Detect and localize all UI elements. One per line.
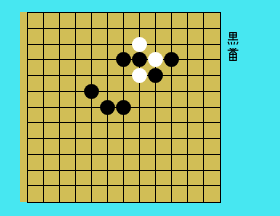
board-point-E5[interactable] bbox=[84, 131, 100, 147]
board-point-D9[interactable] bbox=[68, 68, 84, 84]
board-point-L3[interactable] bbox=[180, 162, 196, 178]
board-point-C9[interactable] bbox=[52, 68, 68, 84]
black-stone bbox=[132, 52, 147, 67]
board-point-C13[interactable] bbox=[52, 5, 68, 21]
board-point-G12[interactable] bbox=[116, 20, 132, 36]
board-point-J13[interactable] bbox=[148, 5, 164, 21]
board-point-F13[interactable] bbox=[100, 5, 116, 21]
board-point-C10[interactable] bbox=[52, 52, 68, 68]
board-point-F7[interactable] bbox=[100, 99, 116, 115]
board-point-M6[interactable] bbox=[196, 115, 212, 131]
board-point-C6[interactable] bbox=[52, 115, 68, 131]
board-point-E8[interactable] bbox=[84, 83, 100, 99]
board-point-M11[interactable] bbox=[196, 36, 212, 52]
board-point-A1[interactable] bbox=[20, 194, 36, 210]
board-point-N7[interactable] bbox=[212, 99, 228, 115]
board-point-D10[interactable] bbox=[68, 52, 84, 68]
board-point-N2[interactable] bbox=[212, 178, 228, 194]
board-point-K8[interactable] bbox=[164, 83, 180, 99]
board-point-A2[interactable] bbox=[20, 178, 36, 194]
board-point-E1[interactable] bbox=[84, 194, 100, 210]
board-point-N5[interactable] bbox=[212, 131, 228, 147]
black-stone bbox=[148, 68, 163, 83]
board-point-B1[interactable] bbox=[36, 194, 52, 210]
board-point-D12[interactable] bbox=[68, 20, 84, 36]
board-point-E2[interactable] bbox=[84, 178, 100, 194]
board-point-N3[interactable] bbox=[212, 162, 228, 178]
board-point-J6[interactable] bbox=[148, 115, 164, 131]
board-point-J3[interactable] bbox=[148, 162, 164, 178]
board-point-N8[interactable] bbox=[212, 83, 228, 99]
board-point-A10[interactable] bbox=[20, 52, 36, 68]
game-screen bbox=[0, 0, 280, 216]
board-point-C2[interactable] bbox=[52, 178, 68, 194]
board-point-M7[interactable] bbox=[196, 99, 212, 115]
board-point-D3[interactable] bbox=[68, 162, 84, 178]
board-point-M12[interactable] bbox=[196, 20, 212, 36]
board-point-M2[interactable] bbox=[196, 178, 212, 194]
board-point-L5[interactable] bbox=[180, 131, 196, 147]
board-point-M1[interactable] bbox=[196, 194, 212, 210]
board-point-G9[interactable] bbox=[116, 68, 132, 84]
board-point-A11[interactable] bbox=[20, 36, 36, 52]
board-point-F8[interactable] bbox=[100, 83, 116, 99]
board-point-B13[interactable] bbox=[36, 5, 52, 21]
board-point-N4[interactable] bbox=[212, 146, 228, 162]
board-point-J10[interactable] bbox=[148, 52, 164, 68]
board-point-F10[interactable] bbox=[100, 52, 116, 68]
board-point-M10[interactable] bbox=[196, 52, 212, 68]
board-point-E13[interactable] bbox=[84, 5, 100, 21]
board-point-K5[interactable] bbox=[164, 131, 180, 147]
board-point-E10[interactable] bbox=[84, 52, 100, 68]
board-point-N9[interactable] bbox=[212, 68, 228, 84]
board-point-K3[interactable] bbox=[164, 162, 180, 178]
board-point-L4[interactable] bbox=[180, 146, 196, 162]
board-point-D7[interactable] bbox=[68, 99, 84, 115]
board-point-E6[interactable] bbox=[84, 115, 100, 131]
white-stone bbox=[132, 37, 147, 52]
board-point-H13[interactable] bbox=[132, 5, 148, 21]
board-point-B8[interactable] bbox=[36, 83, 52, 99]
kanji-kuro-icon bbox=[227, 32, 239, 45]
board-point-L8[interactable] bbox=[180, 83, 196, 99]
board-point-F6[interactable] bbox=[100, 115, 116, 131]
board-point-J1[interactable] bbox=[148, 194, 164, 210]
board-point-L2[interactable] bbox=[180, 178, 196, 194]
board-point-H6[interactable] bbox=[132, 115, 148, 131]
board-point-J7[interactable] bbox=[148, 99, 164, 115]
board-point-C5[interactable] bbox=[52, 131, 68, 147]
board-point-C8[interactable] bbox=[52, 83, 68, 99]
board-point-C1[interactable] bbox=[52, 194, 68, 210]
white-stone bbox=[148, 52, 163, 67]
board-point-D5[interactable] bbox=[68, 131, 84, 147]
board-point-D1[interactable] bbox=[68, 194, 84, 210]
board-point-K7[interactable] bbox=[164, 99, 180, 115]
board-points bbox=[27, 12, 221, 203]
board-point-D6[interactable] bbox=[68, 115, 84, 131]
kanji-ban-icon bbox=[227, 48, 239, 61]
board-point-F5[interactable] bbox=[100, 131, 116, 147]
white-stone bbox=[132, 68, 147, 83]
board-point-K4[interactable] bbox=[164, 146, 180, 162]
board-point-C12[interactable] bbox=[52, 20, 68, 36]
board-point-J12[interactable] bbox=[148, 20, 164, 36]
board-point-A5[interactable] bbox=[20, 131, 36, 147]
board-point-L12[interactable] bbox=[180, 20, 196, 36]
board-point-C3[interactable] bbox=[52, 162, 68, 178]
board-point-H3[interactable] bbox=[132, 162, 148, 178]
board-point-G3[interactable] bbox=[116, 162, 132, 178]
board-point-L6[interactable] bbox=[180, 115, 196, 131]
board-point-B7[interactable] bbox=[36, 99, 52, 115]
board-point-C7[interactable] bbox=[52, 99, 68, 115]
black-stone bbox=[116, 52, 131, 67]
board-point-G7[interactable] bbox=[116, 99, 132, 115]
board-point-H1[interactable] bbox=[132, 194, 148, 210]
board-point-B5[interactable] bbox=[36, 131, 52, 147]
board-point-L1[interactable] bbox=[180, 194, 196, 210]
board-point-H7[interactable] bbox=[132, 99, 148, 115]
board-point-K12[interactable] bbox=[164, 20, 180, 36]
black-stone bbox=[116, 100, 131, 115]
board-point-K2[interactable] bbox=[164, 178, 180, 194]
board-point-M3[interactable] bbox=[196, 162, 212, 178]
board-point-N6[interactable] bbox=[212, 115, 228, 131]
board-point-H12[interactable] bbox=[132, 20, 148, 36]
board-point-A13[interactable] bbox=[20, 5, 36, 21]
board-point-H5[interactable] bbox=[132, 131, 148, 147]
board-point-D8[interactable] bbox=[68, 83, 84, 99]
board-point-J5[interactable] bbox=[148, 131, 164, 147]
board-point-M5[interactable] bbox=[196, 131, 212, 147]
board-point-M9[interactable] bbox=[196, 68, 212, 84]
black-stone bbox=[164, 52, 179, 67]
board-point-E9[interactable] bbox=[84, 68, 100, 84]
board-point-N1[interactable] bbox=[212, 194, 228, 210]
board-point-B9[interactable] bbox=[36, 68, 52, 84]
board-point-A12[interactable] bbox=[20, 20, 36, 36]
board-point-F12[interactable] bbox=[100, 20, 116, 36]
board-point-G13[interactable] bbox=[116, 5, 132, 21]
board-point-N13[interactable] bbox=[212, 5, 228, 21]
board-point-D11[interactable] bbox=[68, 36, 84, 52]
board-point-H2[interactable] bbox=[132, 178, 148, 194]
board-point-A9[interactable] bbox=[20, 68, 36, 84]
board-point-G4[interactable] bbox=[116, 146, 132, 162]
board-point-C11[interactable] bbox=[52, 36, 68, 52]
board-point-C4[interactable] bbox=[52, 146, 68, 162]
board-point-H10[interactable] bbox=[132, 52, 148, 68]
board-point-K9[interactable] bbox=[164, 68, 180, 84]
board-point-D13[interactable] bbox=[68, 5, 84, 21]
board-point-J2[interactable] bbox=[148, 178, 164, 194]
board-point-B4[interactable] bbox=[36, 146, 52, 162]
board-point-L11[interactable] bbox=[180, 36, 196, 52]
board-point-E3[interactable] bbox=[84, 162, 100, 178]
board-point-G1[interactable] bbox=[116, 194, 132, 210]
black-stone bbox=[100, 100, 115, 115]
board-point-G8[interactable] bbox=[116, 83, 132, 99]
board-point-H11[interactable] bbox=[132, 36, 148, 52]
board-point-J8[interactable] bbox=[148, 83, 164, 99]
board-point-A8[interactable] bbox=[20, 83, 36, 99]
board-point-E7[interactable] bbox=[84, 99, 100, 115]
board-point-H4[interactable] bbox=[132, 146, 148, 162]
board-point-A7[interactable] bbox=[20, 99, 36, 115]
board-point-F4[interactable] bbox=[100, 146, 116, 162]
board-point-K10[interactable] bbox=[164, 52, 180, 68]
board-point-J9[interactable] bbox=[148, 68, 164, 84]
board-point-F2[interactable] bbox=[100, 178, 116, 194]
board-point-E11[interactable] bbox=[84, 36, 100, 52]
board-point-B2[interactable] bbox=[36, 178, 52, 194]
board-point-L13[interactable] bbox=[180, 5, 196, 21]
board-point-F11[interactable] bbox=[100, 36, 116, 52]
board-point-B6[interactable] bbox=[36, 115, 52, 131]
turn-indicator bbox=[226, 32, 239, 61]
board-point-B12[interactable] bbox=[36, 20, 52, 36]
black-stone bbox=[84, 84, 99, 99]
board-point-A4[interactable] bbox=[20, 146, 36, 162]
board-point-A6[interactable] bbox=[20, 115, 36, 131]
board-point-G10[interactable] bbox=[116, 52, 132, 68]
board-point-M4[interactable] bbox=[196, 146, 212, 162]
board-point-B10[interactable] bbox=[36, 52, 52, 68]
board-point-E4[interactable] bbox=[84, 146, 100, 162]
board-point-L10[interactable] bbox=[180, 52, 196, 68]
board-point-D2[interactable] bbox=[68, 178, 84, 194]
board-point-J11[interactable] bbox=[148, 36, 164, 52]
board-point-B3[interactable] bbox=[36, 162, 52, 178]
board-point-K6[interactable] bbox=[164, 115, 180, 131]
board-point-K13[interactable] bbox=[164, 5, 180, 21]
board-point-K11[interactable] bbox=[164, 36, 180, 52]
board-point-G2[interactable] bbox=[116, 178, 132, 194]
board-point-A3[interactable] bbox=[20, 162, 36, 178]
board-point-M13[interactable] bbox=[196, 5, 212, 21]
board-point-K1[interactable] bbox=[164, 194, 180, 210]
board-point-F1[interactable] bbox=[100, 194, 116, 210]
board-point-D4[interactable] bbox=[68, 146, 84, 162]
board-point-F9[interactable] bbox=[100, 68, 116, 84]
board-point-L7[interactable] bbox=[180, 99, 196, 115]
board-point-G6[interactable] bbox=[116, 115, 132, 131]
board-point-F3[interactable] bbox=[100, 162, 116, 178]
board-point-G11[interactable] bbox=[116, 36, 132, 52]
board-point-H8[interactable] bbox=[132, 83, 148, 99]
board-point-E12[interactable] bbox=[84, 20, 100, 36]
go-board bbox=[20, 12, 220, 202]
board-point-L9[interactable] bbox=[180, 68, 196, 84]
board-point-M8[interactable] bbox=[196, 83, 212, 99]
board-point-B11[interactable] bbox=[36, 36, 52, 52]
board-point-H9[interactable] bbox=[132, 68, 148, 84]
board-point-G5[interactable] bbox=[116, 131, 132, 147]
board-point-J4[interactable] bbox=[148, 146, 164, 162]
